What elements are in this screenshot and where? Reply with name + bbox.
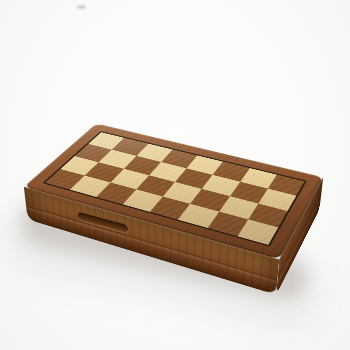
dark-square [96,182,136,204]
dark-square [268,175,305,196]
light-square [122,189,162,212]
light-square [178,204,219,228]
dark-square [207,211,248,236]
light-square [258,189,296,212]
light-square [219,196,258,219]
dark-square [190,189,229,212]
light-square [163,182,202,204]
handle-groove [77,212,128,233]
dark-square [230,182,268,204]
chessboard-box-top [24,124,323,260]
scene-3d [0,0,350,350]
light-square [237,219,278,245]
product-photo [0,0,350,350]
dark-square [248,203,288,227]
dark-square [150,196,191,219]
